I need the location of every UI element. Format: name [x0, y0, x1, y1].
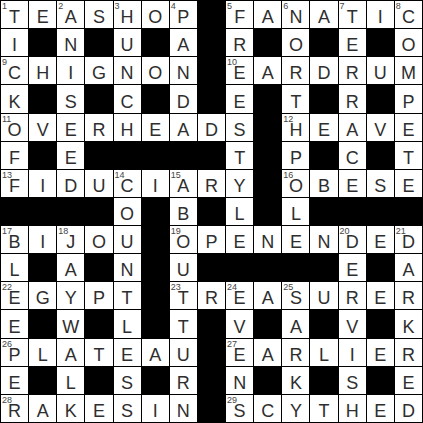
black-cell	[198, 1, 225, 28]
grid-cell[interactable]: K	[395, 310, 422, 337]
cell-letter: S	[346, 374, 358, 394]
cell-letter: E	[374, 402, 386, 422]
grid-cell[interactable]: I	[1, 29, 28, 56]
grid-cell[interactable]: L	[310, 339, 337, 366]
black-cell	[254, 142, 281, 169]
grid-cell[interactable]: V	[339, 310, 366, 337]
cell-letter: L	[38, 346, 48, 366]
grid-cell[interactable]: R	[198, 170, 225, 197]
clue-number: 8	[396, 1, 401, 11]
clue-number: 14	[115, 170, 125, 180]
grid-cell[interactable]: O	[395, 29, 422, 56]
grid-cell[interactable]: S	[226, 114, 253, 141]
grid-cell[interactable]: 24E	[226, 282, 253, 309]
grid-cell[interactable]: 22E	[1, 282, 28, 309]
grid-cell[interactable]: E	[367, 395, 394, 422]
grid-cell[interactable]: T	[395, 142, 422, 169]
grid-cell[interactable]: F	[1, 142, 28, 169]
cell-letter: A	[262, 346, 274, 366]
grid-cell[interactable]: R	[282, 339, 309, 366]
grid-cell[interactable]: T	[226, 142, 253, 169]
cell-letter: I	[12, 36, 17, 56]
grid-cell[interactable]: E	[339, 254, 366, 281]
cell-letter: H	[121, 8, 134, 28]
grid-cell[interactable]: 9C	[1, 57, 28, 84]
cell-letter: H	[121, 121, 134, 141]
grid-cell[interactable]: 4P	[170, 1, 197, 28]
grid-cell[interactable]: L	[1, 254, 28, 281]
grid-cell[interactable]: I	[339, 339, 366, 366]
grid-cell[interactable]: A	[170, 29, 197, 56]
black-cell	[85, 198, 112, 225]
grid-cell[interactable]: S	[85, 1, 112, 28]
cell-letter: C	[346, 149, 359, 169]
cell-letter: U	[318, 289, 331, 309]
grid-cell[interactable]: E	[226, 226, 253, 253]
grid-cell[interactable]: N	[57, 29, 84, 56]
cell-letter: R	[402, 289, 415, 309]
grid-cell[interactable]: A	[254, 339, 281, 366]
cell-letter: G	[92, 64, 106, 84]
cell-letter: R	[346, 64, 359, 84]
grid-cell[interactable]: T	[310, 395, 337, 422]
black-cell	[367, 367, 394, 394]
cell-letter: O	[289, 36, 303, 56]
black-cell	[1, 198, 28, 225]
grid-cell[interactable]: P	[85, 282, 112, 309]
grid-cell[interactable]: E	[57, 114, 84, 141]
cell-letter: E	[402, 374, 414, 394]
grid-cell[interactable]: A	[254, 282, 281, 309]
black-cell	[29, 142, 56, 169]
clue-number: 10	[227, 57, 237, 67]
grid-cell[interactable]: V	[29, 114, 56, 141]
cell-letter: G	[36, 289, 50, 309]
black-cell	[395, 198, 422, 225]
grid-cell[interactable]: L	[282, 198, 309, 225]
clue-number: 12	[283, 114, 293, 124]
grid-cell[interactable]: 25S	[282, 282, 309, 309]
grid-cell[interactable]: T	[85, 339, 112, 366]
clue-number: 21	[396, 226, 406, 236]
grid-cell[interactable]: 1T	[1, 1, 28, 28]
cell-letter: K	[9, 93, 21, 113]
grid-cell[interactable]: V	[367, 114, 394, 141]
grid-cell[interactable]: R	[395, 282, 422, 309]
grid-cell[interactable]: D	[395, 395, 422, 422]
cell-letter: P	[290, 149, 302, 169]
cell-letter: I	[378, 8, 383, 28]
grid-cell[interactable]: R	[395, 339, 422, 366]
black-cell	[254, 198, 281, 225]
grid-cell[interactable]: E	[395, 367, 422, 394]
black-cell	[254, 254, 281, 281]
clue-number: 3	[115, 1, 120, 11]
cell-letter: O	[148, 64, 162, 84]
grid-cell[interactable]: 28R	[1, 395, 28, 422]
grid-cell[interactable]: C	[114, 85, 141, 112]
clue-number: 28	[2, 395, 12, 405]
grid-cell[interactable]: L	[114, 310, 141, 337]
cell-letter: E	[121, 346, 133, 366]
grid-cell[interactable]: T	[170, 310, 197, 337]
grid-cell[interactable]: 5F	[226, 1, 253, 28]
grid-cell[interactable]: E	[1, 310, 28, 337]
black-cell	[254, 114, 281, 141]
grid-cell[interactable]: U	[85, 170, 112, 197]
cell-letter: V	[346, 318, 358, 338]
cell-letter: U	[374, 64, 387, 84]
cell-letter: E	[93, 402, 105, 422]
grid-cell[interactable]: 16O	[282, 170, 309, 197]
grid-cell[interactable]: O	[114, 198, 141, 225]
grid-cell[interactable]: N	[114, 254, 141, 281]
grid-cell[interactable]: E	[282, 226, 309, 253]
grid-cell[interactable]: T	[282, 85, 309, 112]
grid-cell[interactable]: A	[395, 254, 422, 281]
cell-letter: N	[177, 402, 190, 422]
clue-number: 18	[58, 226, 68, 236]
cell-letter: L	[235, 205, 245, 225]
grid-cell[interactable]: 18J	[57, 226, 84, 253]
black-cell	[114, 142, 141, 169]
grid-cell[interactable]: P	[198, 226, 225, 253]
grid-cell[interactable]: S	[114, 367, 141, 394]
black-cell	[142, 254, 169, 281]
grid-cell[interactable]: E	[1, 367, 28, 394]
grid-cell[interactable]: G	[85, 57, 112, 84]
grid-cell[interactable]: I	[367, 1, 394, 28]
grid-cell[interactable]: H	[29, 57, 56, 84]
grid-cell[interactable]: E	[367, 282, 394, 309]
cell-letter: A	[65, 261, 77, 281]
cell-letter: N	[177, 64, 190, 84]
grid-cell[interactable]: R	[339, 85, 366, 112]
cell-letter: V	[374, 121, 386, 141]
grid-cell[interactable]: E	[395, 170, 422, 197]
cell-letter: N	[289, 8, 302, 28]
grid-cell[interactable]: 7T	[339, 1, 366, 28]
grid-cell[interactable]: D	[57, 170, 84, 197]
grid-cell[interactable]: A	[57, 339, 84, 366]
grid-cell[interactable]: K	[282, 367, 309, 394]
black-cell	[310, 85, 337, 112]
cell-letter: R	[402, 346, 415, 366]
cell-letter: A	[402, 261, 414, 281]
grid-cell[interactable]: I	[142, 395, 169, 422]
cell-letter: U	[177, 261, 190, 281]
grid-cell[interactable]: B	[310, 170, 337, 197]
cell-letter: R	[346, 93, 359, 113]
grid-cell[interactable]: A	[170, 114, 197, 141]
grid-cell[interactable]: A	[339, 114, 366, 141]
grid-cell[interactable]: L	[29, 339, 56, 366]
grid-cell[interactable]: S	[367, 170, 394, 197]
black-cell	[142, 198, 169, 225]
clue-number: 23	[171, 282, 181, 292]
grid-cell[interactable]: N	[254, 226, 281, 253]
grid-cell[interactable]: I	[29, 170, 56, 197]
grid-cell[interactable]: Y	[282, 395, 309, 422]
grid-cell[interactable]: 14C	[114, 170, 141, 197]
cell-letter: C	[261, 402, 274, 422]
black-cell	[310, 198, 337, 225]
clue-number: 11	[2, 114, 11, 124]
grid-cell[interactable]: 17B	[1, 226, 28, 253]
black-cell	[29, 198, 56, 225]
grid-cell[interactable]: N	[170, 395, 197, 422]
cell-letter: B	[9, 233, 21, 253]
grid-cell[interactable]: H	[114, 114, 141, 141]
grid-cell[interactable]: 8C	[395, 1, 422, 28]
grid-cell[interactable]: A	[142, 339, 169, 366]
grid-cell[interactable]: A	[310, 1, 337, 28]
cell-letter: K	[290, 374, 302, 394]
black-cell	[367, 142, 394, 169]
cell-letter: I	[153, 402, 158, 422]
black-cell	[142, 85, 169, 112]
grid-cell[interactable]: 15A	[170, 170, 197, 197]
grid-cell[interactable]: Y	[226, 170, 253, 197]
grid-cell[interactable]: L	[57, 367, 84, 394]
black-cell	[170, 142, 197, 169]
black-cell	[142, 282, 169, 309]
black-cell	[310, 367, 337, 394]
cell-letter: C	[8, 64, 21, 84]
black-cell	[367, 254, 394, 281]
grid-cell[interactable]: D	[198, 114, 225, 141]
cell-letter: A	[149, 346, 161, 366]
grid-cell[interactable]: 21D	[395, 226, 422, 253]
grid-cell[interactable]: R	[282, 57, 309, 84]
cell-letter: Y	[290, 402, 302, 422]
cell-letter: F	[9, 177, 20, 197]
grid-cell[interactable]: R	[170, 367, 197, 394]
grid-cell[interactable]: E	[367, 339, 394, 366]
grid-cell[interactable]: S	[339, 367, 366, 394]
black-cell	[198, 142, 225, 169]
grid-cell[interactable]: R	[198, 282, 225, 309]
grid-cell[interactable]: U	[310, 282, 337, 309]
cell-letter: U	[177, 346, 190, 366]
grid-cell[interactable]: E	[57, 142, 84, 169]
cell-letter: T	[319, 402, 330, 422]
black-cell	[85, 254, 112, 281]
grid-cell[interactable]: 2A	[57, 1, 84, 28]
grid-cell[interactable]: 26P	[1, 339, 28, 366]
cell-letter: T	[178, 289, 189, 309]
cell-letter: E	[9, 374, 21, 394]
black-cell	[85, 367, 112, 394]
cell-letter: T	[122, 289, 133, 309]
cell-letter: E	[234, 233, 246, 253]
clue-number: 15	[171, 170, 181, 180]
cell-letter: Y	[65, 289, 77, 309]
grid-cell[interactable]: K	[57, 395, 84, 422]
cell-letter: S	[374, 177, 386, 197]
grid-cell[interactable]: E	[339, 29, 366, 56]
grid-cell[interactable]: U	[367, 57, 394, 84]
cell-letter: I	[68, 64, 73, 84]
black-cell	[310, 254, 337, 281]
cell-letter: E	[149, 121, 161, 141]
cell-letter: R	[346, 289, 359, 309]
grid-cell[interactable]: 19O	[170, 226, 197, 253]
black-cell	[310, 29, 337, 56]
black-cell	[254, 29, 281, 56]
black-cell	[367, 29, 394, 56]
cell-letter: O	[176, 233, 190, 253]
cell-letter: H	[289, 121, 302, 141]
black-cell	[85, 85, 112, 112]
grid-cell[interactable]: O	[85, 226, 112, 253]
grid-cell[interactable]: E	[226, 85, 253, 112]
cell-letter: A	[65, 346, 77, 366]
grid-cell[interactable]: 12H	[282, 114, 309, 141]
black-cell	[198, 198, 225, 225]
grid-cell[interactable]: T	[114, 282, 141, 309]
grid-cell[interactable]: V	[226, 310, 253, 337]
cell-letter: U	[121, 36, 134, 56]
black-cell	[198, 395, 225, 422]
grid-cell[interactable]: I	[142, 170, 169, 197]
black-cell	[367, 198, 394, 225]
grid-cell[interactable]: L	[226, 198, 253, 225]
black-cell	[29, 367, 56, 394]
crossword-puzzle: 1TE2AS3HO4P5FA6NA7TI8CINUAROEO9CHIGNON10…	[0, 0, 423, 423]
cell-letter: R	[205, 289, 218, 309]
cell-letter: B	[318, 177, 330, 197]
grid-cell[interactable]: S	[57, 85, 84, 112]
grid-cell[interactable]: P	[395, 85, 422, 112]
clue-number: 9	[2, 57, 7, 67]
grid-cell[interactable]: O	[142, 1, 169, 28]
black-cell	[198, 367, 225, 394]
grid-cell[interactable]: U	[114, 226, 141, 253]
grid-cell[interactable]: R	[339, 57, 366, 84]
black-cell	[254, 170, 281, 197]
grid-cell[interactable]: K	[1, 85, 28, 112]
grid-cell[interactable]: O	[142, 57, 169, 84]
grid-cell[interactable]: I	[57, 57, 84, 84]
black-cell	[142, 367, 169, 394]
black-cell	[198, 254, 225, 281]
black-cell	[85, 29, 112, 56]
cell-letter: T	[93, 346, 104, 366]
grid-cell[interactable]: Y	[57, 282, 84, 309]
black-cell	[142, 29, 169, 56]
grid-cell[interactable]: I	[29, 226, 56, 253]
grid-cell[interactable]: E	[367, 226, 394, 253]
grid-cell[interactable]: E	[114, 339, 141, 366]
grid-cell[interactable]: P	[282, 142, 309, 169]
grid-cell[interactable]: 6N	[282, 1, 309, 28]
grid-cell[interactable]: M	[395, 57, 422, 84]
cell-letter: S	[121, 374, 133, 394]
grid-cell[interactable]: N	[114, 57, 141, 84]
cell-letter: N	[64, 36, 77, 56]
grid-cell[interactable]: U	[170, 254, 197, 281]
grid-cell[interactable]: C	[254, 395, 281, 422]
grid-cell[interactable]: S	[114, 395, 141, 422]
grid-cell[interactable]: A	[57, 254, 84, 281]
black-cell	[310, 310, 337, 337]
clue-number: 26	[2, 339, 12, 349]
grid-cell[interactable]: 3H	[114, 1, 141, 28]
cell-letter: N	[318, 233, 331, 253]
grid-cell[interactable]: A	[29, 395, 56, 422]
grid-cell[interactable]: R	[339, 282, 366, 309]
grid-cell[interactable]: E	[310, 114, 337, 141]
grid-cell[interactable]: C	[339, 142, 366, 169]
grid-cell[interactable]: 20D	[339, 226, 366, 253]
grid-cell[interactable]: E	[29, 1, 56, 28]
cell-letter: A	[262, 289, 274, 309]
clue-number: 5	[227, 1, 232, 11]
grid-cell[interactable]: D	[310, 57, 337, 84]
black-cell	[254, 85, 281, 112]
grid-cell[interactable]: N	[170, 57, 197, 84]
grid-cell[interactable]: U	[114, 29, 141, 56]
cell-letter: E	[234, 93, 246, 113]
black-cell	[142, 310, 169, 337]
grid-cell[interactable]: E	[339, 170, 366, 197]
cell-letter: S	[121, 402, 133, 422]
black-cell	[367, 310, 394, 337]
cell-letter: P	[93, 289, 105, 309]
grid-cell[interactable]: R	[226, 29, 253, 56]
cell-letter: E	[346, 177, 358, 197]
clue-number: 7	[340, 1, 345, 11]
black-cell	[310, 142, 337, 169]
grid-cell[interactable]: E	[85, 395, 112, 422]
grid-cell[interactable]: D	[170, 85, 197, 112]
clue-number: 17	[2, 226, 12, 236]
grid-cell[interactable]: 23T	[170, 282, 197, 309]
grid-cell[interactable]: A	[282, 310, 309, 337]
grid-cell[interactable]: E	[395, 114, 422, 141]
grid-cell[interactable]: W	[57, 310, 84, 337]
grid-cell[interactable]: A	[254, 57, 281, 84]
black-cell	[198, 310, 225, 337]
cell-letter: J	[66, 233, 75, 253]
grid-cell[interactable]: N	[310, 226, 337, 253]
grid-cell[interactable]: U	[170, 339, 197, 366]
grid-cell[interactable]: B	[170, 198, 197, 225]
clue-number: 20	[340, 226, 350, 236]
grid-cell[interactable]: 11O	[1, 114, 28, 141]
cell-letter: R	[177, 374, 190, 394]
cell-letter: A	[346, 121, 358, 141]
grid-cell[interactable]: G	[29, 282, 56, 309]
cell-letter: T	[290, 93, 301, 113]
cell-letter: V	[37, 121, 49, 141]
grid-cell[interactable]: 10E	[226, 57, 253, 84]
grid-cell[interactable]: H	[339, 395, 366, 422]
grid-cell[interactable]: N	[226, 367, 253, 394]
grid-cell[interactable]: O	[282, 29, 309, 56]
cell-letter: A	[290, 318, 302, 338]
grid-cell[interactable]: A	[254, 1, 281, 28]
black-cell	[198, 85, 225, 112]
grid-cell[interactable]: E	[142, 114, 169, 141]
grid-cell[interactable]: 13F	[1, 170, 28, 197]
black-cell	[29, 254, 56, 281]
grid-cell[interactable]: 29S	[226, 395, 253, 422]
grid-cell[interactable]: 27E	[226, 339, 253, 366]
grid-cell[interactable]: R	[85, 114, 112, 141]
cell-letter: H	[36, 64, 49, 84]
